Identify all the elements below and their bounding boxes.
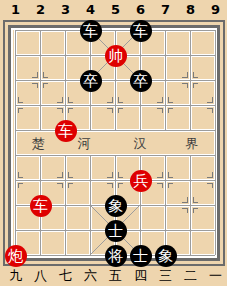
piece-black-soldier[interactable]: 卒 bbox=[80, 70, 102, 92]
file-chinese-label: 七 bbox=[53, 265, 78, 286]
file-chinese-label: 六 bbox=[78, 265, 103, 286]
piece-black-chariot[interactable]: 车 bbox=[130, 20, 152, 42]
piece-black-soldier[interactable]: 卒 bbox=[130, 70, 152, 92]
piece-black-advisor[interactable]: 士 bbox=[130, 245, 152, 267]
file-chinese-label: 四 bbox=[128, 265, 153, 286]
piece-black-elephant[interactable]: 象 bbox=[105, 195, 127, 217]
piece-red-soldier[interactable]: 兵 bbox=[130, 170, 152, 192]
file-chinese-label: 二 bbox=[178, 265, 203, 286]
piece-black-general[interactable]: 将 bbox=[105, 245, 127, 267]
file-chinese-label: 三 bbox=[153, 265, 178, 286]
piece-black-advisor[interactable]: 士 bbox=[105, 220, 127, 242]
file-chinese-label: 一 bbox=[203, 265, 227, 286]
piece-red-chariot[interactable]: 车 bbox=[30, 195, 52, 217]
xiangqi-board-panel: 123456789 楚河汉界 车车帅卒卒车兵车象士炮将士象 九八七六五四三二一 bbox=[0, 0, 227, 286]
file-chinese-label: 五 bbox=[103, 265, 128, 286]
piece-red-chariot[interactable]: 车 bbox=[55, 120, 77, 142]
piece-red-general[interactable]: 帅 bbox=[105, 45, 127, 67]
file-chinese-label: 八 bbox=[28, 265, 53, 286]
piece-black-elephant[interactable]: 象 bbox=[155, 245, 177, 267]
pieces-grid[interactable]: 车车帅卒卒车兵车象士炮将士象 bbox=[3, 18, 227, 268]
piece-red-cannon[interactable]: 炮 bbox=[5, 245, 27, 267]
file-chinese-label: 九 bbox=[3, 265, 28, 286]
piece-black-chariot[interactable]: 车 bbox=[80, 20, 102, 42]
bottom-coordinate-labels: 九八七六五四三二一 bbox=[3, 265, 227, 286]
